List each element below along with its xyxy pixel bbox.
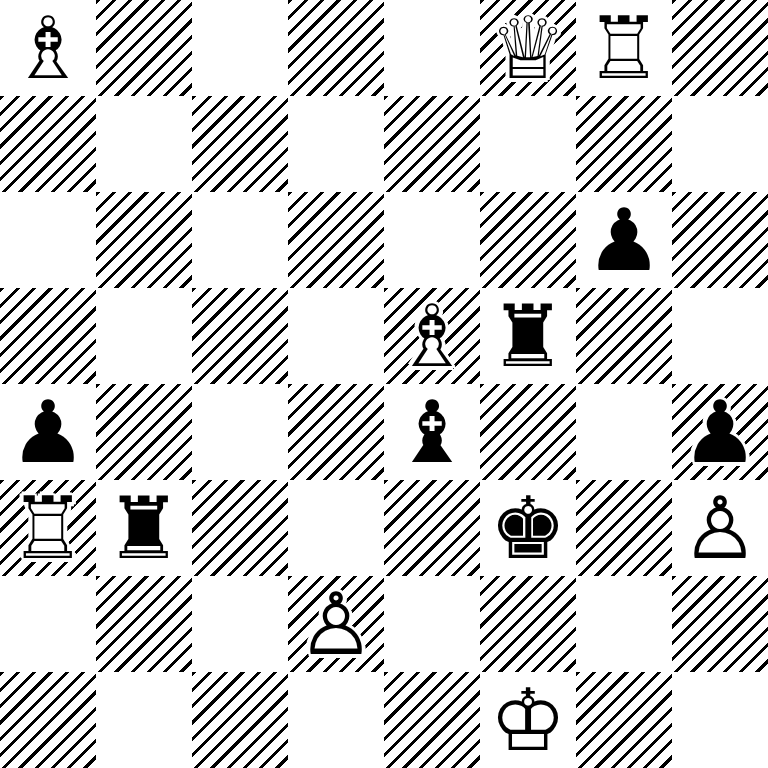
square-d1[interactable] — [288, 672, 384, 768]
white-pawn-icon: ♙ — [288, 576, 384, 672]
square-b7[interactable] — [96, 96, 192, 192]
white-bishop-icon: ♗ — [384, 288, 480, 384]
square-e1[interactable] — [384, 672, 480, 768]
square-f8[interactable]: ♛♕ — [480, 0, 576, 96]
square-c3[interactable] — [192, 480, 288, 576]
square-f4[interactable] — [480, 384, 576, 480]
square-g1[interactable] — [576, 672, 672, 768]
square-g5[interactable] — [576, 288, 672, 384]
black-rook-icon: ♜ — [96, 480, 192, 576]
square-g8[interactable]: ♜♖ — [576, 0, 672, 96]
black-pawn-icon: ♟ — [672, 384, 768, 480]
square-a3[interactable]: ♜♖ — [0, 480, 96, 576]
black-rook-icon: ♜ — [480, 288, 576, 384]
square-d3[interactable] — [288, 480, 384, 576]
square-b4[interactable] — [96, 384, 192, 480]
square-g3[interactable] — [576, 480, 672, 576]
square-c4[interactable] — [192, 384, 288, 480]
square-g4[interactable] — [576, 384, 672, 480]
white-king-icon: ♔ — [480, 672, 576, 768]
square-b3[interactable]: ♜♜ — [96, 480, 192, 576]
square-h8[interactable] — [672, 0, 768, 96]
square-h4[interactable]: ♟♟ — [672, 384, 768, 480]
square-d2[interactable]: ♟♙ — [288, 576, 384, 672]
square-c2[interactable] — [192, 576, 288, 672]
square-e4[interactable]: ♝♝ — [384, 384, 480, 480]
square-e2[interactable] — [384, 576, 480, 672]
square-c7[interactable] — [192, 96, 288, 192]
square-h7[interactable] — [672, 96, 768, 192]
square-h2[interactable] — [672, 576, 768, 672]
square-d5[interactable] — [288, 288, 384, 384]
square-a2[interactable] — [0, 576, 96, 672]
square-b8[interactable] — [96, 0, 192, 96]
white-bishop-icon: ♗ — [0, 0, 96, 96]
white-rook-icon: ♖ — [576, 0, 672, 96]
white-rook-icon: ♖ — [0, 480, 96, 576]
square-d7[interactable] — [288, 96, 384, 192]
square-c8[interactable] — [192, 0, 288, 96]
square-f1[interactable]: ♚♔ — [480, 672, 576, 768]
square-c1[interactable] — [192, 672, 288, 768]
square-d8[interactable] — [288, 0, 384, 96]
square-e3[interactable] — [384, 480, 480, 576]
square-a4[interactable]: ♟♟ — [0, 384, 96, 480]
square-e7[interactable] — [384, 96, 480, 192]
black-pawn-icon: ♟ — [0, 384, 96, 480]
square-a5[interactable] — [0, 288, 96, 384]
square-c6[interactable] — [192, 192, 288, 288]
square-g7[interactable] — [576, 96, 672, 192]
black-bishop-icon: ♝ — [384, 384, 480, 480]
square-h1[interactable] — [672, 672, 768, 768]
chessboard: ♝♗♛♕♜♖♟♟♝♗♜♜♟♟♝♝♟♟♜♖♜♜♚♚♟♙♟♙♚♔ — [0, 0, 768, 768]
square-e6[interactable] — [384, 192, 480, 288]
square-f3[interactable]: ♚♚ — [480, 480, 576, 576]
square-f6[interactable] — [480, 192, 576, 288]
square-b2[interactable] — [96, 576, 192, 672]
square-b5[interactable] — [96, 288, 192, 384]
square-h6[interactable] — [672, 192, 768, 288]
black-pawn-icon: ♟ — [576, 192, 672, 288]
square-e8[interactable] — [384, 0, 480, 96]
square-f7[interactable] — [480, 96, 576, 192]
white-queen-icon: ♕ — [480, 0, 576, 96]
square-f2[interactable] — [480, 576, 576, 672]
square-b6[interactable] — [96, 192, 192, 288]
square-g2[interactable] — [576, 576, 672, 672]
white-pawn-icon: ♙ — [672, 480, 768, 576]
square-b1[interactable] — [96, 672, 192, 768]
square-c5[interactable] — [192, 288, 288, 384]
square-a7[interactable] — [0, 96, 96, 192]
square-d6[interactable] — [288, 192, 384, 288]
square-h3[interactable]: ♟♙ — [672, 480, 768, 576]
square-g6[interactable]: ♟♟ — [576, 192, 672, 288]
square-a6[interactable] — [0, 192, 96, 288]
black-king-icon: ♚ — [480, 480, 576, 576]
square-e5[interactable]: ♝♗ — [384, 288, 480, 384]
square-d4[interactable] — [288, 384, 384, 480]
square-h5[interactable] — [672, 288, 768, 384]
square-a1[interactable] — [0, 672, 96, 768]
square-f5[interactable]: ♜♜ — [480, 288, 576, 384]
square-a8[interactable]: ♝♗ — [0, 0, 96, 96]
